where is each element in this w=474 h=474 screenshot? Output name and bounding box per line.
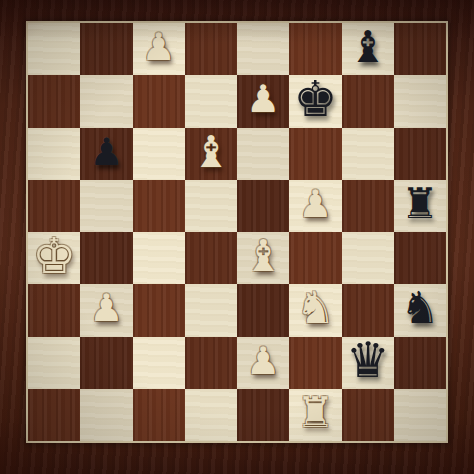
- square-f3[interactable]: ♞: [289, 284, 341, 336]
- white-pawn-e2[interactable]: ♟: [246, 342, 280, 380]
- square-c2[interactable]: [133, 337, 185, 389]
- square-e2[interactable]: ♟: [237, 337, 289, 389]
- square-c8[interactable]: ♟: [133, 23, 185, 75]
- square-h3[interactable]: ♞: [394, 284, 446, 336]
- white-pawn-b3[interactable]: ♟: [89, 289, 123, 327]
- square-b1[interactable]: [80, 389, 132, 441]
- white-pawn-c8[interactable]: ♟: [142, 28, 176, 66]
- square-d7[interactable]: [185, 75, 237, 127]
- square-g4[interactable]: [342, 232, 394, 284]
- square-g5[interactable]: [342, 180, 394, 232]
- square-a2[interactable]: [28, 337, 80, 389]
- square-g3[interactable]: [342, 284, 394, 336]
- square-f6[interactable]: [289, 128, 341, 180]
- square-d1[interactable]: [185, 389, 237, 441]
- square-h7[interactable]: [394, 75, 446, 127]
- black-rook-h5[interactable]: ♜: [401, 183, 439, 225]
- square-c4[interactable]: [133, 232, 185, 284]
- black-pawn-b6[interactable]: ♟: [89, 133, 123, 171]
- square-b5[interactable]: [80, 180, 132, 232]
- square-c1[interactable]: [133, 389, 185, 441]
- square-d6[interactable]: ♝: [185, 128, 237, 180]
- square-f2[interactable]: [289, 337, 341, 389]
- square-e4[interactable]: ♝: [237, 232, 289, 284]
- board-edge-line: ♟♝♟♚♟♝♟♜♚♝♟♞♞♟♛♜: [26, 21, 448, 443]
- square-g8[interactable]: ♝: [342, 23, 394, 75]
- square-g6[interactable]: [342, 128, 394, 180]
- square-c3[interactable]: [133, 284, 185, 336]
- square-c7[interactable]: [133, 75, 185, 127]
- white-bishop-e4[interactable]: ♝: [243, 234, 282, 278]
- square-c6[interactable]: [133, 128, 185, 180]
- square-h4[interactable]: [394, 232, 446, 284]
- square-b6[interactable]: ♟: [80, 128, 132, 180]
- white-king-a4[interactable]: ♚: [32, 232, 76, 281]
- black-bishop-g8[interactable]: ♝: [348, 25, 387, 69]
- square-a7[interactable]: [28, 75, 80, 127]
- square-e5[interactable]: [237, 180, 289, 232]
- square-g2[interactable]: ♛: [342, 337, 394, 389]
- square-e6[interactable]: [237, 128, 289, 180]
- chess-board: ♟♝♟♚♟♝♟♜♚♝♟♞♞♟♛♜: [28, 23, 446, 441]
- white-bishop-d6[interactable]: ♝: [191, 130, 230, 174]
- square-f1[interactable]: ♜: [289, 389, 341, 441]
- square-a1[interactable]: [28, 389, 80, 441]
- square-h2[interactable]: [394, 337, 446, 389]
- black-knight-h3[interactable]: ♞: [400, 286, 439, 330]
- square-b2[interactable]: [80, 337, 132, 389]
- square-h6[interactable]: [394, 128, 446, 180]
- square-a6[interactable]: [28, 128, 80, 180]
- square-f8[interactable]: [289, 23, 341, 75]
- square-a5[interactable]: [28, 180, 80, 232]
- square-b7[interactable]: [80, 75, 132, 127]
- square-d3[interactable]: [185, 284, 237, 336]
- square-f5[interactable]: ♟: [289, 180, 341, 232]
- square-b8[interactable]: [80, 23, 132, 75]
- white-rook-f1[interactable]: ♜: [297, 392, 335, 434]
- white-pawn-f5[interactable]: ♟: [298, 185, 332, 223]
- square-g7[interactable]: [342, 75, 394, 127]
- square-e3[interactable]: [237, 284, 289, 336]
- chessboard-photo: ♟♝♟♚♟♝♟♜♚♝♟♞♞♟♛♜: [0, 0, 474, 474]
- square-e7[interactable]: ♟: [237, 75, 289, 127]
- square-h5[interactable]: ♜: [394, 180, 446, 232]
- square-d2[interactable]: [185, 337, 237, 389]
- black-queen-g2[interactable]: ♛: [346, 336, 390, 385]
- square-e1[interactable]: [237, 389, 289, 441]
- square-h8[interactable]: [394, 23, 446, 75]
- square-a4[interactable]: ♚: [28, 232, 80, 284]
- square-a3[interactable]: [28, 284, 80, 336]
- white-knight-f3[interactable]: ♞: [296, 286, 335, 330]
- square-b3[interactable]: ♟: [80, 284, 132, 336]
- square-a8[interactable]: [28, 23, 80, 75]
- square-f7[interactable]: ♚: [289, 75, 341, 127]
- white-pawn-e7[interactable]: ♟: [246, 80, 280, 118]
- square-g1[interactable]: [342, 389, 394, 441]
- black-king-f7[interactable]: ♚: [293, 75, 337, 124]
- square-c5[interactable]: [133, 180, 185, 232]
- square-d8[interactable]: [185, 23, 237, 75]
- square-d4[interactable]: [185, 232, 237, 284]
- square-f4[interactable]: [289, 232, 341, 284]
- square-h1[interactable]: [394, 389, 446, 441]
- square-b4[interactable]: [80, 232, 132, 284]
- square-d5[interactable]: [185, 180, 237, 232]
- square-e8[interactable]: [237, 23, 289, 75]
